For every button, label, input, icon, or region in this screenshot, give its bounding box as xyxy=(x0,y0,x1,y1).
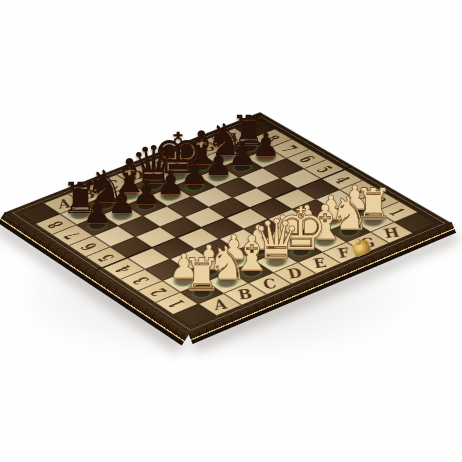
product-photo-scene: ABCDEFGH8877665544332211ABCDEFGH ♜♞♟♝♟♚♟… xyxy=(0,0,462,462)
white-rook[interactable]: ♜ xyxy=(182,253,222,297)
black-pawn[interactable]: ♟ xyxy=(83,196,113,229)
